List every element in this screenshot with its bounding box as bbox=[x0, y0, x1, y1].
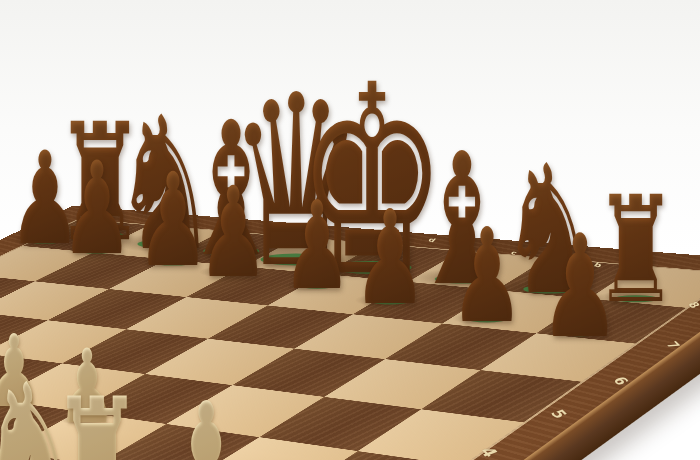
board-square bbox=[232, 349, 385, 397]
light-rook-glyph: ♜ bbox=[50, 377, 145, 460]
board-square bbox=[259, 397, 421, 451]
dark-pawn-glyph: ♟ bbox=[539, 216, 620, 358]
board-square bbox=[324, 359, 480, 409]
dark-pawn-glyph: ♟ bbox=[450, 211, 525, 341]
chess-set-photo: 87654dcb ♜♞♝♛♚♝♞♜♟♟♟♟♟♟♟♟♟♞♟♜♟ bbox=[0, 0, 700, 460]
dark-pawn-glyph: ♟ bbox=[353, 193, 428, 323]
light-pawn-glyph: ♟ bbox=[162, 383, 249, 460]
dark-pawn-glyph: ♟ bbox=[60, 145, 133, 273]
board-square bbox=[0, 274, 35, 312]
dark-pawn-glyph: ♟ bbox=[282, 185, 352, 307]
board-square bbox=[290, 451, 462, 460]
dark-pawn-glyph: ♟ bbox=[197, 170, 269, 295]
